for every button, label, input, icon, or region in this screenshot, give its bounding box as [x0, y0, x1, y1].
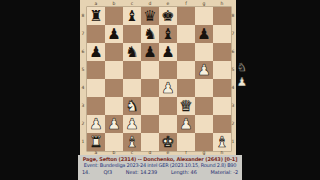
square-b3[interactable] — [105, 97, 123, 115]
square-h6[interactable] — [213, 43, 231, 61]
square-h5[interactable] — [213, 61, 231, 79]
square-d5[interactable] — [141, 61, 159, 79]
square-h8[interactable] — [213, 7, 231, 25]
length-info: Length: 46 — [171, 170, 197, 176]
move-number: 14. — [82, 170, 90, 176]
square-g4[interactable] — [195, 79, 213, 97]
white-pawn-b2[interactable]: ♟ — [105, 115, 123, 133]
square-f6[interactable] — [177, 43, 195, 61]
square-c5[interactable] — [123, 61, 141, 79]
event-line: Event: Bundesliga 2023-24 intel GER (202… — [80, 163, 240, 169]
square-c1[interactable]: ♝ — [123, 133, 141, 151]
square-a4[interactable] — [87, 79, 105, 97]
square-f8[interactable] — [177, 7, 195, 25]
square-b5[interactable] — [105, 61, 123, 79]
square-b7[interactable]: ♟ — [105, 25, 123, 43]
square-d7[interactable]: ♞ — [141, 25, 159, 43]
square-h7[interactable] — [213, 25, 231, 43]
square-f3[interactable]: ♛ — [177, 97, 195, 115]
white-bishop-h1[interactable]: ♝ — [213, 133, 231, 151]
square-h4[interactable] — [213, 79, 231, 97]
square-g2[interactable] — [195, 115, 213, 133]
square-c3[interactable]: ♞ — [123, 97, 141, 115]
square-e5[interactable] — [159, 61, 177, 79]
square-h3[interactable] — [213, 97, 231, 115]
square-c4[interactable] — [123, 79, 141, 97]
black-bishop-c8[interactable]: ♝ — [123, 7, 141, 25]
square-g7[interactable]: ♟ — [195, 25, 213, 43]
square-b6[interactable] — [105, 43, 123, 61]
rank-label-1: 1 — [80, 133, 86, 151]
square-h2[interactable] — [213, 115, 231, 133]
game-info-caption: Page, Sefton (2314) -- Donchenko, Alexan… — [78, 155, 242, 180]
square-g5[interactable]: ♟ — [195, 61, 213, 79]
square-g6[interactable] — [195, 43, 213, 61]
white-bishop-c1[interactable]: ♝ — [123, 133, 141, 151]
white-pawn-g5[interactable]: ♟ — [195, 61, 213, 79]
material-difference-tray: ♞ ♟ — [235, 61, 249, 89]
rank-label-8: 8 — [80, 7, 86, 25]
square-e1[interactable]: ♚ — [159, 133, 177, 151]
square-c7[interactable] — [123, 25, 141, 43]
square-f1[interactable] — [177, 133, 195, 151]
black-queen-d8[interactable]: ♛ — [141, 7, 159, 25]
square-b2[interactable]: ♟ — [105, 115, 123, 133]
chess-board[interactable]: ♜♝♛♚♟♞♝♟♟♞♟♟♟♟♞♛♟♟♟♟♜♝♚♝ — [87, 7, 231, 151]
square-c6[interactable]: ♞ — [123, 43, 141, 61]
square-g8[interactable] — [195, 7, 213, 25]
square-a8[interactable]: ♜ — [87, 7, 105, 25]
square-d6[interactable]: ♟ — [141, 43, 159, 61]
black-knight-c6[interactable]: ♞ — [123, 43, 141, 61]
black-knight-advantage-icon: ♞ — [237, 61, 247, 74]
black-king-e8[interactable]: ♚ — [159, 7, 177, 25]
square-c2[interactable]: ♟ — [123, 115, 141, 133]
square-a5[interactable] — [87, 61, 105, 79]
square-d2[interactable] — [141, 115, 159, 133]
rank-label-6: 6 — [80, 43, 86, 61]
rank-label-7: 7 — [80, 25, 86, 43]
square-a7[interactable] — [87, 25, 105, 43]
white-queen-f3[interactable]: ♛ — [177, 97, 195, 115]
square-d1[interactable] — [141, 133, 159, 151]
square-a6[interactable]: ♟ — [87, 43, 105, 61]
rank-labels-left: 87654321 — [80, 7, 86, 151]
square-a3[interactable] — [87, 97, 105, 115]
move-san: Qf3 — [103, 170, 112, 176]
white-rook-a1[interactable]: ♜ — [87, 133, 105, 151]
rank-label-3: 3 — [80, 97, 86, 115]
chessboard-panel: abcdefgh abcdefgh 87654321 87654321 ♜♝♛♚… — [80, 0, 236, 155]
rank-label-2: 2 — [80, 115, 86, 133]
square-f5[interactable] — [177, 61, 195, 79]
square-e2[interactable] — [159, 115, 177, 133]
square-a2[interactable]: ♟ — [87, 115, 105, 133]
square-b8[interactable] — [105, 7, 123, 25]
square-g1[interactable] — [195, 133, 213, 151]
video-frame: abcdefgh abcdefgh 87654321 87654321 ♜♝♛♚… — [0, 0, 320, 180]
white-pawn-advantage-icon: ♟ — [237, 75, 248, 89]
square-e4[interactable]: ♟ — [159, 79, 177, 97]
square-e3[interactable] — [159, 97, 177, 115]
black-pawn-d6[interactable]: ♟ — [141, 43, 159, 61]
rank-label-4: 4 — [80, 79, 86, 97]
white-pawn-f2[interactable]: ♟ — [177, 115, 195, 133]
square-d4[interactable] — [141, 79, 159, 97]
black-pawn-a6[interactable]: ♟ — [87, 43, 105, 61]
square-f2[interactable]: ♟ — [177, 115, 195, 133]
black-knight-d7[interactable]: ♞ — [141, 25, 159, 43]
square-b4[interactable] — [105, 79, 123, 97]
square-h1[interactable]: ♝ — [213, 133, 231, 151]
white-pawn-a2[interactable]: ♟ — [87, 115, 105, 133]
black-pawn-e6[interactable]: ♟ — [159, 43, 177, 61]
move-status-line: 14. Qf3 Next: 14.239 Length: 46 Material… — [80, 170, 240, 176]
white-king-e1[interactable]: ♚ — [159, 133, 177, 151]
square-d8[interactable]: ♛ — [141, 7, 159, 25]
white-knight-c3[interactable]: ♞ — [123, 97, 141, 115]
square-b1[interactable] — [105, 133, 123, 151]
white-pawn-c2[interactable]: ♟ — [123, 115, 141, 133]
next-info: Next: 14.239 — [126, 170, 157, 176]
square-e7[interactable]: ♝ — [159, 25, 177, 43]
material-info: Material: -2 — [211, 170, 238, 176]
black-pawn-g7[interactable]: ♟ — [195, 25, 213, 43]
square-f7[interactable] — [177, 25, 195, 43]
square-d3[interactable] — [141, 97, 159, 115]
square-g3[interactable] — [195, 97, 213, 115]
square-e6[interactable]: ♟ — [159, 43, 177, 61]
black-rook-a8[interactable]: ♜ — [87, 7, 105, 25]
square-c8[interactable]: ♝ — [123, 7, 141, 25]
black-bishop-e7[interactable]: ♝ — [159, 25, 177, 43]
square-a1[interactable]: ♜ — [87, 133, 105, 151]
black-pawn-b7[interactable]: ♟ — [105, 25, 123, 43]
square-f4[interactable] — [177, 79, 195, 97]
rank-label-5: 5 — [80, 61, 86, 79]
white-pawn-e4[interactable]: ♟ — [159, 79, 177, 97]
square-e8[interactable]: ♚ — [159, 7, 177, 25]
